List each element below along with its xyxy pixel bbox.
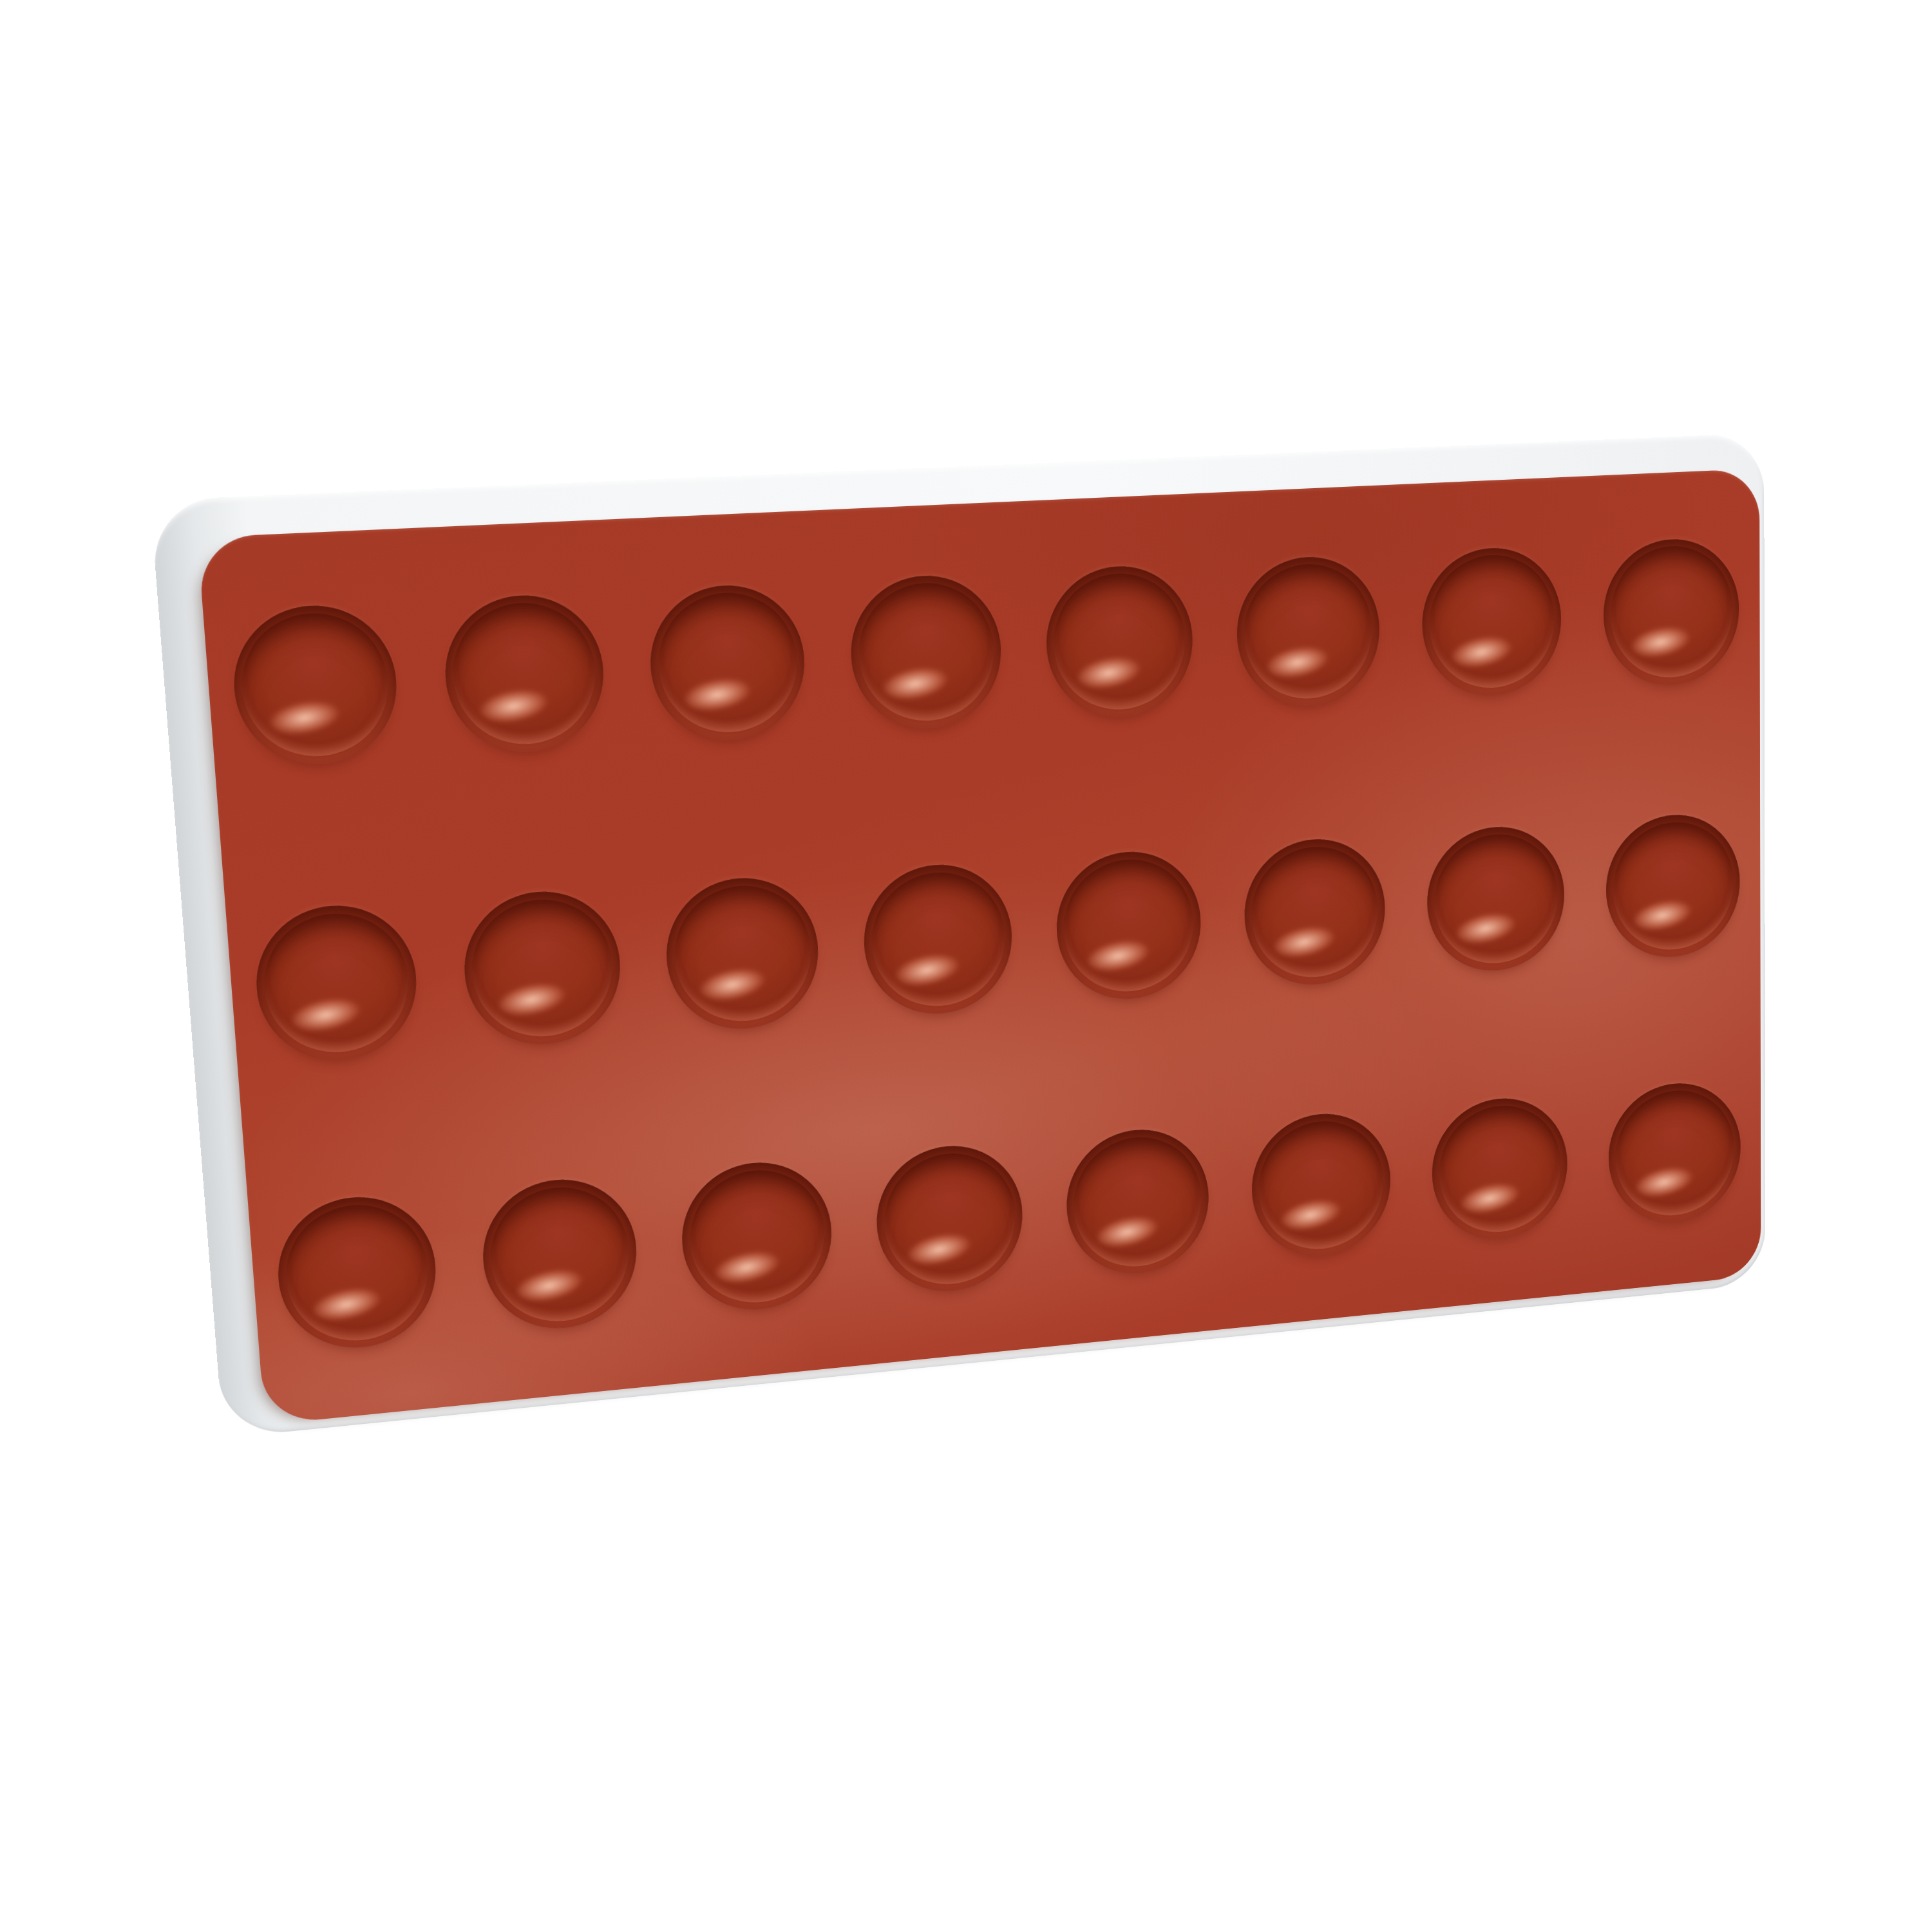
pocket-r1c1	[229, 601, 402, 768]
cell-r1c7	[1398, 477, 1584, 767]
cell-r3c4	[848, 1072, 1050, 1365]
pocket-r3c6	[1250, 1108, 1392, 1262]
pocket-r3c7	[1431, 1094, 1568, 1245]
pocket-r3c5	[1064, 1124, 1210, 1280]
product-photo	[0, 0, 1932, 1932]
pocket-r1c2	[440, 592, 607, 757]
cell-r3c5	[1039, 1057, 1234, 1346]
cell-r2c5	[1029, 779, 1226, 1072]
pocket-r2c3	[663, 873, 822, 1034]
pocket-r1c7	[1421, 545, 1562, 699]
cell-r3c2	[450, 1104, 667, 1405]
cell-r3c8	[1587, 1014, 1761, 1293]
pocket-r2c8	[1605, 811, 1740, 962]
pocket-r2c1	[251, 900, 421, 1066]
pocket-r1c3	[647, 582, 808, 744]
cell-r1c4	[821, 501, 1029, 803]
cell-r2c8	[1584, 744, 1760, 1028]
cell-r2c1	[220, 829, 450, 1138]
cell-r2c7	[1403, 755, 1587, 1042]
cell-r2c3	[635, 803, 848, 1104]
cell-r3c7	[1408, 1028, 1589, 1311]
pocket-r2c7	[1426, 822, 1566, 976]
pocket-r1c8	[1603, 536, 1739, 688]
cell-r2c4	[835, 791, 1039, 1088]
pocket-r2c5	[1054, 848, 1203, 1005]
pocket-r1c5	[1044, 563, 1195, 721]
tray	[197, 468, 1761, 1425]
cell-r2c6	[1218, 767, 1408, 1057]
pocket-r3c3	[679, 1157, 835, 1316]
cell-r1c1	[197, 528, 430, 842]
cell-r2c2	[431, 816, 652, 1121]
cell-r1c8	[1581, 468, 1760, 755]
pocket-r3c4	[874, 1141, 1025, 1298]
pocket-r1c6	[1235, 554, 1380, 710]
pocket-r1c4	[848, 572, 1003, 732]
cavity-grid	[197, 468, 1761, 1425]
cell-r3c6	[1226, 1042, 1414, 1328]
cell-r1c2	[411, 519, 635, 829]
cell-r1c3	[619, 510, 835, 816]
cell-r3c1	[243, 1121, 468, 1425]
cell-r3c3	[651, 1088, 860, 1385]
mold-face	[197, 468, 1761, 1425]
pocket-r3c2	[478, 1174, 640, 1336]
cell-r1c6	[1211, 484, 1404, 779]
pocket-r2c2	[460, 887, 624, 1050]
pocket-r3c8	[1608, 1078, 1741, 1228]
pocket-r2c4	[861, 860, 1014, 1019]
pocket-r3c1	[273, 1191, 440, 1354]
pocket-r2c6	[1242, 835, 1386, 990]
cell-r1c5	[1018, 493, 1218, 791]
